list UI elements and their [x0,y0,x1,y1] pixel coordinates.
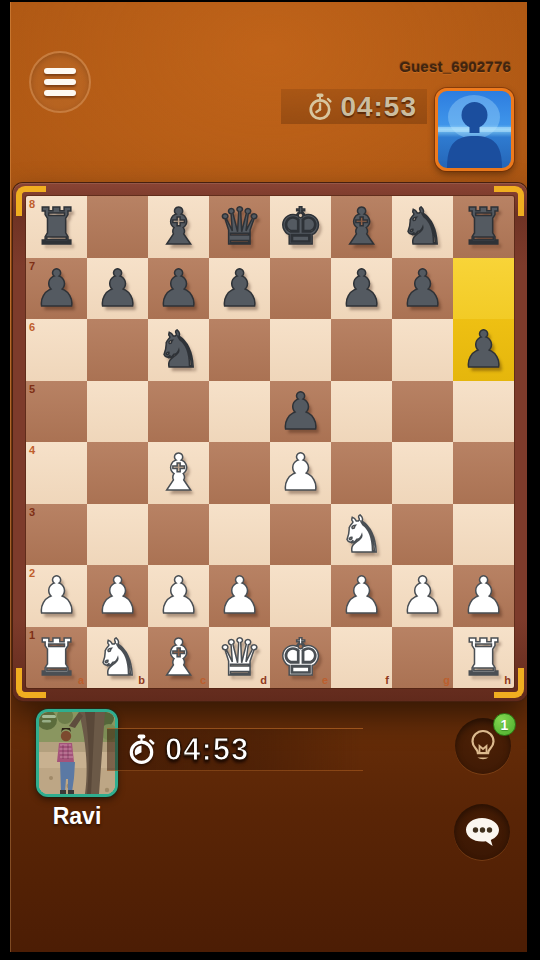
square-c4[interactable]: ♝ [148,442,209,504]
opponent-name: Guest_6902776 [399,58,511,75]
black-pawn[interactable]: ♟ [209,258,270,320]
file-label-f: f [385,675,389,686]
square-a3[interactable]: 3 [26,504,87,566]
rank-label-4: 4 [29,445,35,456]
square-g8[interactable]: ♞ [392,196,453,258]
square-b3[interactable] [87,504,148,566]
square-f8[interactable]: ♝ [331,196,392,258]
white-rook[interactable]: ♜ [453,627,514,689]
square-a1[interactable]: 1a♜ [26,627,87,689]
square-b8[interactable] [87,196,148,258]
hint-count-badge: 1 [493,713,516,736]
square-a6[interactable]: 6 [26,319,87,381]
board-grid: 8♜♝♛♚♝♞♜7♟♟♟♟♟♟6♞♟5♟4♝♟3♞2♟♟♟♟♟♟♟1a♜b♞c♝… [26,196,514,688]
chess-board: 8♜♝♛♚♝♞♜7♟♟♟♟♟♟6♞♟5♟4♝♟3♞2♟♟♟♟♟♟♟1a♜b♞c♝… [13,183,527,701]
white-pawn[interactable]: ♟ [209,565,270,627]
square-a8[interactable]: 8♜ [26,196,87,258]
black-pawn[interactable]: ♟ [148,258,209,320]
white-rook[interactable]: ♜ [26,627,87,689]
square-a7[interactable]: 7♟ [26,258,87,320]
square-d7[interactable]: ♟ [209,258,270,320]
black-king[interactable]: ♚ [270,196,331,258]
black-pawn[interactable]: ♟ [331,258,392,320]
stopwatch-icon [307,93,333,121]
lightbulb-icon [466,728,500,764]
file-label-g: g [443,675,450,686]
rank-label-3: 3 [29,507,35,518]
square-f2[interactable]: ♟ [331,565,392,627]
square-h1[interactable]: h♜ [453,627,514,689]
hint-button[interactable]: 1 [455,718,511,774]
player-photo [39,712,115,794]
rank-label-6: 6 [29,322,35,333]
square-h4[interactable] [453,442,514,504]
white-pawn[interactable]: ♟ [148,565,209,627]
player-clock-time: 04:53 [165,732,249,768]
square-e7[interactable] [270,258,331,320]
opponent-clock: 04:53 [307,89,417,124]
square-c5[interactable] [148,381,209,443]
square-f6[interactable] [331,319,392,381]
speech-bubble-icon [464,816,501,849]
player-clock: 04:53 [127,728,249,771]
square-d1[interactable]: d♛ [209,627,270,689]
white-pawn[interactable]: ♟ [392,565,453,627]
square-e8[interactable]: ♚ [270,196,331,258]
square-d4[interactable] [209,442,270,504]
square-g1[interactable]: g [392,627,453,689]
black-queen[interactable]: ♛ [209,196,270,258]
square-c7[interactable]: ♟ [148,258,209,320]
square-g3[interactable] [392,504,453,566]
player-name: Ravi [36,803,118,830]
square-e5[interactable]: ♟ [270,381,331,443]
square-c6[interactable]: ♞ [148,319,209,381]
black-knight[interactable]: ♞ [392,196,453,258]
black-pawn[interactable]: ♟ [87,258,148,320]
black-rook[interactable]: ♜ [26,196,87,258]
square-d8[interactable]: ♛ [209,196,270,258]
person-silhouette-icon [438,91,511,168]
square-d2[interactable]: ♟ [209,565,270,627]
white-knight[interactable]: ♞ [331,504,392,566]
white-king[interactable]: ♚ [270,627,331,689]
chat-button[interactable] [454,804,510,860]
square-b4[interactable] [87,442,148,504]
white-pawn[interactable]: ♟ [453,565,514,627]
black-pawn[interactable]: ♟ [270,381,331,443]
black-rook[interactable]: ♜ [453,196,514,258]
square-e3[interactable] [270,504,331,566]
square-c3[interactable] [148,504,209,566]
black-knight[interactable]: ♞ [148,319,209,381]
app-screen: Guest_6902776 04:53 [0,0,540,960]
square-c1[interactable]: c♝ [148,627,209,689]
player-avatar[interactable] [36,709,118,797]
black-pawn[interactable]: ♟ [26,258,87,320]
square-e2[interactable] [270,565,331,627]
square-g5[interactable] [392,381,453,443]
square-h6[interactable]: ♟ [453,319,514,381]
square-a4[interactable]: 4 [26,442,87,504]
square-c2[interactable]: ♟ [148,565,209,627]
square-b7[interactable]: ♟ [87,258,148,320]
square-h5[interactable] [453,381,514,443]
white-pawn[interactable]: ♟ [331,565,392,627]
opponent-clock-time: 04:53 [340,91,417,123]
square-h2[interactable]: ♟ [453,565,514,627]
square-a2[interactable]: 2♟ [26,565,87,627]
hamburger-icon [44,68,76,74]
square-g6[interactable] [392,319,453,381]
square-f5[interactable] [331,381,392,443]
square-f3[interactable]: ♞ [331,504,392,566]
white-queen[interactable]: ♛ [209,627,270,689]
square-e4[interactable]: ♟ [270,442,331,504]
square-g7[interactable]: ♟ [392,258,453,320]
game-screen: Guest_6902776 04:53 [10,2,527,952]
stopwatch-icon [127,734,156,765]
square-b1[interactable]: b♞ [87,627,148,689]
square-g4[interactable] [392,442,453,504]
square-f4[interactable] [331,442,392,504]
white-pawn[interactable]: ♟ [26,565,87,627]
square-b2[interactable]: ♟ [87,565,148,627]
square-b6[interactable] [87,319,148,381]
black-pawn[interactable]: ♟ [453,319,514,381]
square-h8[interactable]: ♜ [453,196,514,258]
black-bishop[interactable]: ♝ [148,196,209,258]
white-bishop[interactable]: ♝ [148,442,209,504]
square-c8[interactable]: ♝ [148,196,209,258]
white-pawn[interactable]: ♟ [87,565,148,627]
square-h7[interactable] [453,258,514,320]
white-bishop[interactable]: ♝ [148,627,209,689]
square-d5[interactable] [209,381,270,443]
square-a5[interactable]: 5 [26,381,87,443]
square-b5[interactable] [87,381,148,443]
rank-label-5: 5 [29,384,35,395]
square-d3[interactable] [209,504,270,566]
square-h3[interactable] [453,504,514,566]
white-knight[interactable]: ♞ [87,627,148,689]
square-f1[interactable]: f [331,627,392,689]
menu-button[interactable] [29,51,91,113]
square-d6[interactable] [209,319,270,381]
black-pawn[interactable]: ♟ [392,258,453,320]
square-g2[interactable]: ♟ [392,565,453,627]
opponent-avatar[interactable] [435,88,514,171]
square-e6[interactable] [270,319,331,381]
white-pawn[interactable]: ♟ [270,442,331,504]
square-f7[interactable]: ♟ [331,258,392,320]
square-e1[interactable]: e♚ [270,627,331,689]
black-bishop[interactable]: ♝ [331,196,392,258]
